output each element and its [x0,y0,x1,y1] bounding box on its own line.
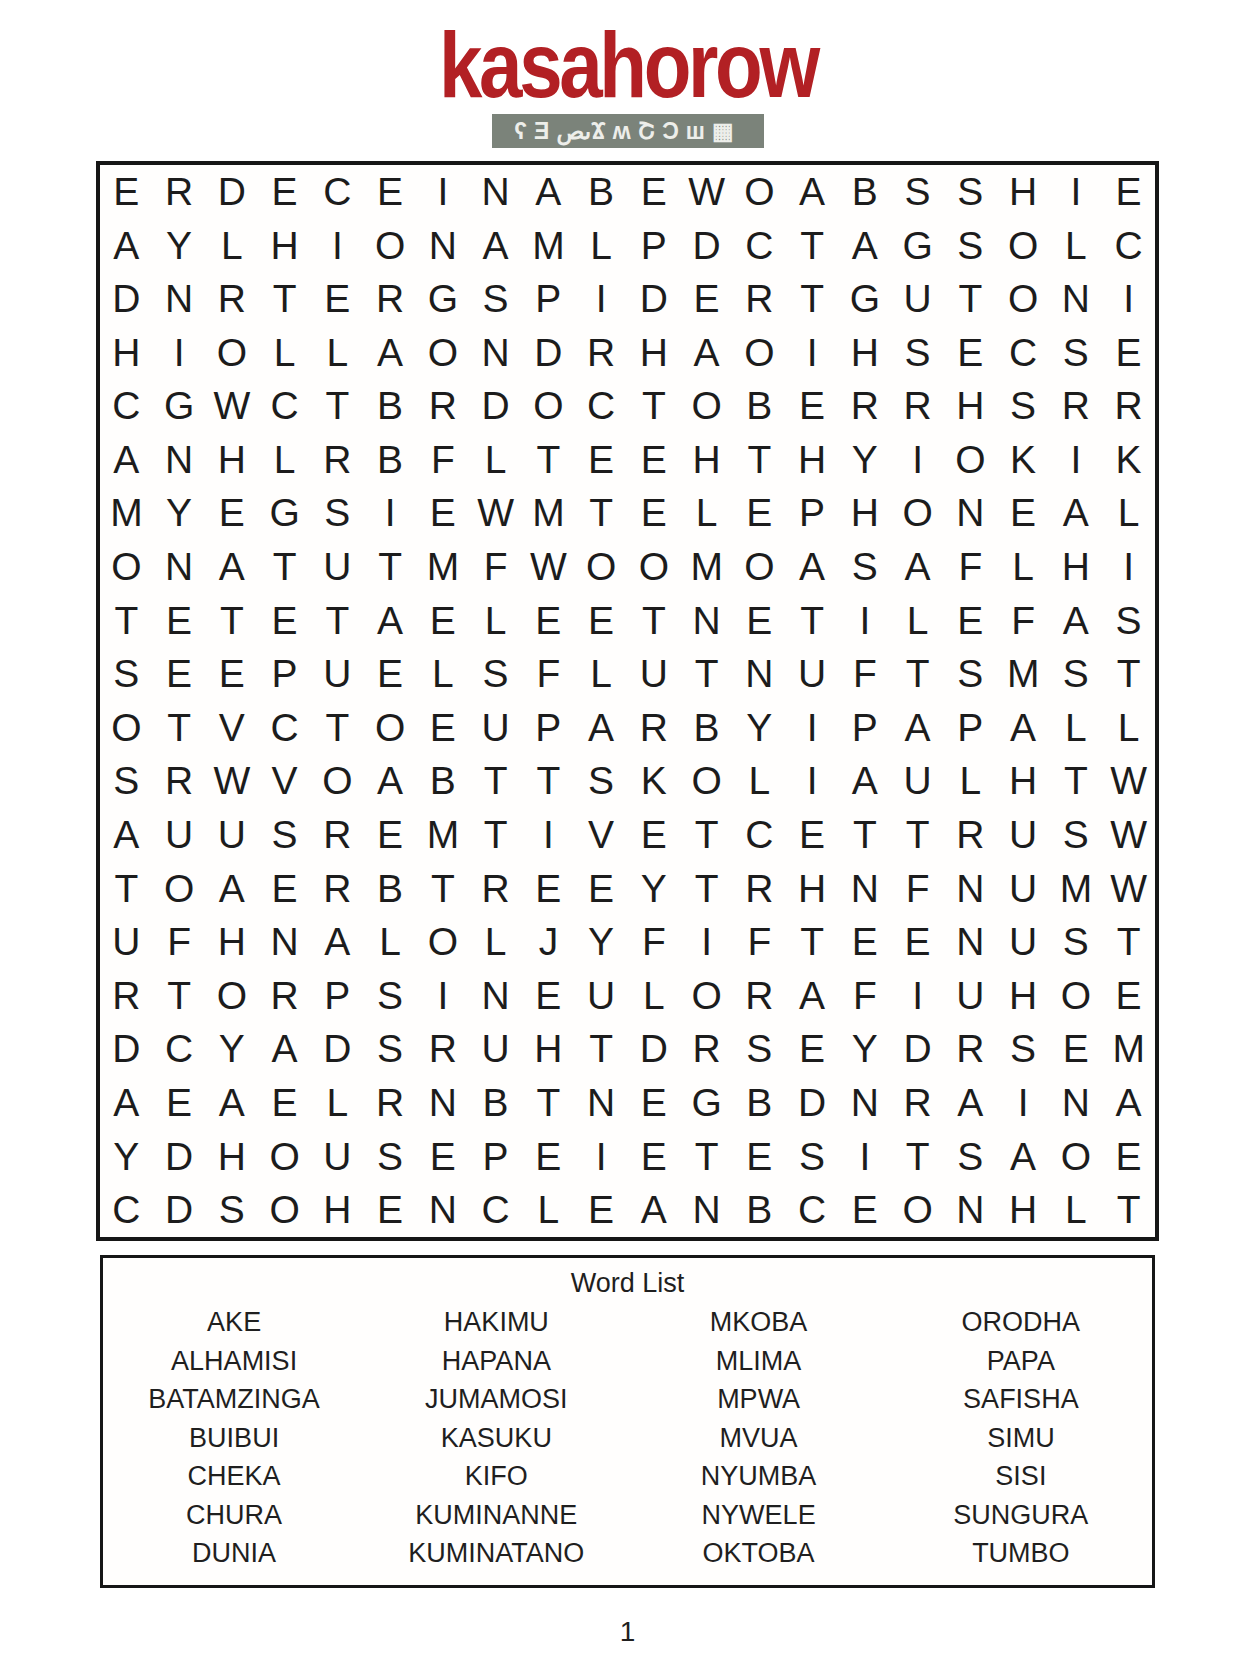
grid-cell-r1c1[interactable]: E [100,165,153,219]
grid-cell-r7c13[interactable]: E [733,487,786,541]
grid-cell-r19c8[interactable]: P [469,1130,522,1184]
grid-cell-r16c14[interactable]: A [786,969,839,1023]
grid-cell-r15c4[interactable]: N [258,915,311,969]
grid-cell-r13c12[interactable]: T [680,808,733,862]
grid-cell-r11c2[interactable]: T [153,701,206,755]
grid-cell-r20c16[interactable]: O [891,1183,944,1237]
grid-cell-r6c8[interactable]: L [469,433,522,487]
grid-cell-r8c7[interactable]: M [417,540,470,594]
grid-cell-r17c6[interactable]: S [364,1023,417,1077]
grid-cell-r14c7[interactable]: T [417,862,470,916]
grid-cell-r15c17[interactable]: N [944,915,997,969]
grid-cell-r15c20[interactable]: T [1102,915,1155,969]
grid-cell-r4c18[interactable]: C [997,326,1050,380]
grid-cell-r19c12[interactable]: T [680,1130,733,1184]
grid-cell-r10c14[interactable]: U [786,647,839,701]
grid-cell-r13c14[interactable]: E [786,808,839,862]
grid-cell-r11c9[interactable]: P [522,701,575,755]
grid-cell-r18c15[interactable]: N [839,1076,892,1130]
grid-cell-r17c13[interactable]: S [733,1023,786,1077]
grid-cell-r4c9[interactable]: D [522,326,575,380]
grid-cell-r14c16[interactable]: F [891,862,944,916]
grid-cell-r1c16[interactable]: S [891,165,944,219]
grid-cell-r1c17[interactable]: S [944,165,997,219]
grid-cell-r14c8[interactable]: R [469,862,522,916]
grid-cell-r13c11[interactable]: E [628,808,681,862]
grid-cell-r13c17[interactable]: R [944,808,997,862]
grid-cell-r14c4[interactable]: E [258,862,311,916]
grid-cell-r16c5[interactable]: P [311,969,364,1023]
grid-cell-r4c20[interactable]: E [1102,326,1155,380]
grid-cell-r16c19[interactable]: O [1050,969,1103,1023]
grid-cell-r17c1[interactable]: D [100,1023,153,1077]
grid-cell-r19c1[interactable]: Y [100,1130,153,1184]
grid-cell-r19c10[interactable]: I [575,1130,628,1184]
grid-cell-r6c19[interactable]: I [1050,433,1103,487]
grid-cell-r9c18[interactable]: F [997,594,1050,648]
grid-cell-r3c18[interactable]: O [997,272,1050,326]
grid-cell-r13c10[interactable]: V [575,808,628,862]
grid-cell-r5c19[interactable]: R [1050,380,1103,434]
grid-cell-r18c10[interactable]: N [575,1076,628,1130]
grid-cell-r6c15[interactable]: Y [839,433,892,487]
grid-cell-r10c9[interactable]: F [522,647,575,701]
grid-cell-r15c13[interactable]: F [733,915,786,969]
grid-cell-r2c20[interactable]: C [1102,219,1155,273]
grid-cell-r19c14[interactable]: S [786,1130,839,1184]
grid-cell-r2c7[interactable]: N [417,219,470,273]
grid-cell-r1c19[interactable]: I [1050,165,1103,219]
grid-cell-r7c6[interactable]: I [364,487,417,541]
grid-cell-r5c11[interactable]: T [628,380,681,434]
grid-cell-r9c13[interactable]: E [733,594,786,648]
grid-cell-r18c1[interactable]: A [100,1076,153,1130]
grid-cell-r6c4[interactable]: L [258,433,311,487]
grid-cell-r4c13[interactable]: O [733,326,786,380]
grid-cell-r7c17[interactable]: N [944,487,997,541]
grid-cell-r13c6[interactable]: E [364,808,417,862]
grid-cell-r1c15[interactable]: B [839,165,892,219]
grid-cell-r12c2[interactable]: R [153,755,206,809]
grid-cell-r19c11[interactable]: E [628,1130,681,1184]
grid-cell-r3c17[interactable]: T [944,272,997,326]
grid-cell-r12c13[interactable]: L [733,755,786,809]
grid-cell-r12c6[interactable]: A [364,755,417,809]
grid-cell-r17c16[interactable]: D [891,1023,944,1077]
grid-cell-r1c4[interactable]: E [258,165,311,219]
grid-cell-r9c5[interactable]: T [311,594,364,648]
grid-cell-r20c1[interactable]: C [100,1183,153,1237]
grid-cell-r6c14[interactable]: H [786,433,839,487]
grid-cell-r7c19[interactable]: A [1050,487,1103,541]
grid-cell-r10c20[interactable]: T [1102,647,1155,701]
grid-cell-r6c2[interactable]: N [153,433,206,487]
grid-cell-r19c15[interactable]: I [839,1130,892,1184]
grid-cell-r14c13[interactable]: R [733,862,786,916]
grid-cell-r16c20[interactable]: E [1102,969,1155,1023]
grid-cell-r8c4[interactable]: T [258,540,311,594]
grid-cell-r16c12[interactable]: O [680,969,733,1023]
grid-cell-r4c19[interactable]: S [1050,326,1103,380]
grid-cell-r9c17[interactable]: E [944,594,997,648]
grid-cell-r6c11[interactable]: E [628,433,681,487]
grid-cell-r6c9[interactable]: T [522,433,575,487]
grid-cell-r7c4[interactable]: G [258,487,311,541]
grid-cell-r3c2[interactable]: N [153,272,206,326]
grid-cell-r2c16[interactable]: G [891,219,944,273]
grid-cell-r3c3[interactable]: R [206,272,259,326]
grid-cell-r14c19[interactable]: M [1050,862,1103,916]
grid-cell-r8c13[interactable]: O [733,540,786,594]
grid-cell-r3c6[interactable]: R [364,272,417,326]
grid-cell-r5c8[interactable]: D [469,380,522,434]
grid-cell-r6c17[interactable]: O [944,433,997,487]
grid-cell-r19c19[interactable]: O [1050,1130,1103,1184]
grid-cell-r12c10[interactable]: S [575,755,628,809]
grid-cell-r13c4[interactable]: S [258,808,311,862]
grid-cell-r11c15[interactable]: P [839,701,892,755]
grid-cell-r3c14[interactable]: T [786,272,839,326]
grid-cell-r15c19[interactable]: S [1050,915,1103,969]
grid-cell-r12c4[interactable]: V [258,755,311,809]
grid-cell-r1c11[interactable]: E [628,165,681,219]
grid-cell-r11c14[interactable]: I [786,701,839,755]
grid-cell-r4c8[interactable]: N [469,326,522,380]
grid-cell-r8c2[interactable]: N [153,540,206,594]
grid-cell-r11c5[interactable]: T [311,701,364,755]
grid-cell-r18c16[interactable]: R [891,1076,944,1130]
grid-cell-r14c20[interactable]: W [1102,862,1155,916]
grid-cell-r11c12[interactable]: B [680,701,733,755]
grid-cell-r4c5[interactable]: L [311,326,364,380]
grid-cell-r3c12[interactable]: E [680,272,733,326]
grid-cell-r14c9[interactable]: E [522,862,575,916]
grid-cell-r13c13[interactable]: C [733,808,786,862]
grid-cell-r1c2[interactable]: R [153,165,206,219]
grid-cell-r20c8[interactable]: C [469,1183,522,1237]
grid-cell-r7c15[interactable]: H [839,487,892,541]
grid-cell-r5c17[interactable]: H [944,380,997,434]
grid-cell-r12c19[interactable]: T [1050,755,1103,809]
grid-cell-r7c5[interactable]: S [311,487,364,541]
grid-cell-r6c13[interactable]: T [733,433,786,487]
grid-cell-r7c7[interactable]: E [417,487,470,541]
grid-cell-r1c8[interactable]: N [469,165,522,219]
grid-cell-r3c19[interactable]: N [1050,272,1103,326]
grid-cell-r3c10[interactable]: I [575,272,628,326]
grid-cell-r20c11[interactable]: A [628,1183,681,1237]
grid-cell-r8c14[interactable]: A [786,540,839,594]
grid-cell-r6c20[interactable]: K [1102,433,1155,487]
grid-cell-r20c2[interactable]: D [153,1183,206,1237]
grid-cell-r20c19[interactable]: L [1050,1183,1103,1237]
grid-cell-r9c4[interactable]: E [258,594,311,648]
grid-cell-r6c10[interactable]: E [575,433,628,487]
grid-cell-r7c9[interactable]: M [522,487,575,541]
grid-cell-r20c5[interactable]: H [311,1183,364,1237]
grid-cell-r15c10[interactable]: Y [575,915,628,969]
grid-cell-r8c8[interactable]: F [469,540,522,594]
grid-cell-r18c3[interactable]: A [206,1076,259,1130]
grid-cell-r14c3[interactable]: A [206,862,259,916]
grid-cell-r13c15[interactable]: T [839,808,892,862]
grid-cell-r20c18[interactable]: H [997,1183,1050,1237]
grid-cell-r5c3[interactable]: W [206,380,259,434]
grid-cell-r10c12[interactable]: T [680,647,733,701]
grid-cell-r18c11[interactable]: E [628,1076,681,1130]
grid-cell-r15c18[interactable]: U [997,915,1050,969]
grid-cell-r18c18[interactable]: I [997,1076,1050,1130]
grid-cell-r17c7[interactable]: R [417,1023,470,1077]
grid-cell-r6c18[interactable]: K [997,433,1050,487]
grid-cell-r15c6[interactable]: L [364,915,417,969]
grid-cell-r12c7[interactable]: B [417,755,470,809]
grid-cell-r2c19[interactable]: L [1050,219,1103,273]
grid-cell-r20c7[interactable]: N [417,1183,470,1237]
grid-cell-r10c5[interactable]: U [311,647,364,701]
grid-cell-r9c6[interactable]: A [364,594,417,648]
grid-cell-r2c6[interactable]: O [364,219,417,273]
grid-cell-r9c3[interactable]: T [206,594,259,648]
grid-cell-r7c10[interactable]: T [575,487,628,541]
grid-cell-r1c12[interactable]: W [680,165,733,219]
grid-cell-r10c4[interactable]: P [258,647,311,701]
grid-cell-r13c1[interactable]: A [100,808,153,862]
grid-cell-r14c12[interactable]: T [680,862,733,916]
grid-cell-r5c1[interactable]: C [100,380,153,434]
grid-cell-r15c11[interactable]: F [628,915,681,969]
grid-cell-r19c7[interactable]: E [417,1130,470,1184]
grid-cell-r16c7[interactable]: I [417,969,470,1023]
grid-cell-r12c14[interactable]: I [786,755,839,809]
grid-cell-r16c8[interactable]: N [469,969,522,1023]
grid-cell-r4c10[interactable]: R [575,326,628,380]
grid-cell-r17c2[interactable]: C [153,1023,206,1077]
grid-cell-r6c16[interactable]: I [891,433,944,487]
grid-cell-r1c14[interactable]: A [786,165,839,219]
grid-cell-r17c9[interactable]: H [522,1023,575,1077]
grid-cell-r11c13[interactable]: Y [733,701,786,755]
grid-cell-r19c18[interactable]: A [997,1130,1050,1184]
grid-cell-r5c15[interactable]: R [839,380,892,434]
grid-cell-r19c6[interactable]: S [364,1130,417,1184]
grid-cell-r10c10[interactable]: L [575,647,628,701]
grid-cell-r11c3[interactable]: V [206,701,259,755]
grid-cell-r16c2[interactable]: T [153,969,206,1023]
grid-cell-r9c7[interactable]: E [417,594,470,648]
grid-cell-r14c2[interactable]: O [153,862,206,916]
grid-cell-r16c13[interactable]: R [733,969,786,1023]
grid-cell-r17c3[interactable]: Y [206,1023,259,1077]
grid-cell-r11c19[interactable]: L [1050,701,1103,755]
grid-cell-r12c1[interactable]: S [100,755,153,809]
grid-cell-r16c4[interactable]: R [258,969,311,1023]
grid-cell-r10c13[interactable]: N [733,647,786,701]
grid-cell-r18c4[interactable]: E [258,1076,311,1130]
grid-cell-r15c8[interactable]: L [469,915,522,969]
grid-cell-r18c9[interactable]: T [522,1076,575,1130]
grid-cell-r20c14[interactable]: C [786,1183,839,1237]
grid-cell-r2c15[interactable]: A [839,219,892,273]
grid-cell-r10c11[interactable]: U [628,647,681,701]
grid-cell-r4c2[interactable]: I [153,326,206,380]
grid-cell-r5c7[interactable]: R [417,380,470,434]
grid-cell-r15c12[interactable]: I [680,915,733,969]
grid-cell-r4c14[interactable]: I [786,326,839,380]
grid-cell-r12c3[interactable]: W [206,755,259,809]
grid-cell-r9c10[interactable]: E [575,594,628,648]
grid-cell-r10c6[interactable]: E [364,647,417,701]
grid-cell-r13c8[interactable]: T [469,808,522,862]
grid-cell-r17c14[interactable]: E [786,1023,839,1077]
grid-cell-r16c3[interactable]: O [206,969,259,1023]
grid-cell-r12c20[interactable]: W [1102,755,1155,809]
grid-cell-r5c5[interactable]: T [311,380,364,434]
grid-cell-r3c11[interactable]: D [628,272,681,326]
grid-cell-r10c19[interactable]: S [1050,647,1103,701]
grid-cell-r19c17[interactable]: S [944,1130,997,1184]
grid-cell-r18c19[interactable]: N [1050,1076,1103,1130]
grid-cell-r15c7[interactable]: O [417,915,470,969]
grid-cell-r13c3[interactable]: U [206,808,259,862]
grid-cell-r4c4[interactable]: L [258,326,311,380]
grid-cell-r10c15[interactable]: F [839,647,892,701]
grid-cell-r13c5[interactable]: R [311,808,364,862]
grid-cell-r9c2[interactable]: E [153,594,206,648]
grid-cell-r20c13[interactable]: B [733,1183,786,1237]
grid-cell-r5c9[interactable]: O [522,380,575,434]
grid-cell-r16c17[interactable]: U [944,969,997,1023]
grid-cell-r7c20[interactable]: L [1102,487,1155,541]
grid-cell-r12c18[interactable]: H [997,755,1050,809]
grid-cell-r12c12[interactable]: O [680,755,733,809]
grid-cell-r5c6[interactable]: B [364,380,417,434]
grid-cell-r1c3[interactable]: D [206,165,259,219]
grid-cell-r10c2[interactable]: E [153,647,206,701]
grid-cell-r12c5[interactable]: O [311,755,364,809]
grid-cell-r17c4[interactable]: A [258,1023,311,1077]
grid-cell-r20c12[interactable]: N [680,1183,733,1237]
grid-cell-r7c11[interactable]: E [628,487,681,541]
grid-cell-r4c16[interactable]: S [891,326,944,380]
grid-cell-r10c18[interactable]: M [997,647,1050,701]
grid-cell-r2c2[interactable]: Y [153,219,206,273]
grid-cell-r9c14[interactable]: T [786,594,839,648]
grid-cell-r10c16[interactable]: T [891,647,944,701]
grid-cell-r5c4[interactable]: C [258,380,311,434]
grid-cell-r2c1[interactable]: A [100,219,153,273]
grid-cell-r8c9[interactable]: W [522,540,575,594]
grid-cell-r19c9[interactable]: E [522,1130,575,1184]
grid-cell-r9c12[interactable]: N [680,594,733,648]
grid-cell-r1c20[interactable]: E [1102,165,1155,219]
grid-cell-r11c10[interactable]: A [575,701,628,755]
grid-cell-r2c4[interactable]: H [258,219,311,273]
grid-cell-r15c16[interactable]: E [891,915,944,969]
grid-cell-r7c16[interactable]: O [891,487,944,541]
grid-cell-r20c15[interactable]: E [839,1183,892,1237]
grid-cell-r20c20[interactable]: T [1102,1183,1155,1237]
grid-cell-r3c9[interactable]: P [522,272,575,326]
grid-cell-r19c20[interactable]: E [1102,1130,1155,1184]
grid-cell-r13c20[interactable]: W [1102,808,1155,862]
grid-cell-r14c10[interactable]: E [575,862,628,916]
grid-cell-r20c9[interactable]: L [522,1183,575,1237]
grid-cell-r14c17[interactable]: N [944,862,997,916]
grid-cell-r1c9[interactable]: A [522,165,575,219]
grid-cell-r7c8[interactable]: W [469,487,522,541]
grid-cell-r14c1[interactable]: T [100,862,153,916]
grid-cell-r5c18[interactable]: S [997,380,1050,434]
grid-cell-r9c19[interactable]: A [1050,594,1103,648]
grid-cell-r7c12[interactable]: L [680,487,733,541]
grid-cell-r13c18[interactable]: U [997,808,1050,862]
grid-cell-r12c8[interactable]: T [469,755,522,809]
grid-cell-r2c18[interactable]: O [997,219,1050,273]
grid-cell-r10c17[interactable]: S [944,647,997,701]
grid-cell-r16c10[interactable]: U [575,969,628,1023]
grid-cell-r16c9[interactable]: E [522,969,575,1023]
grid-cell-r3c15[interactable]: G [839,272,892,326]
grid-cell-r10c8[interactable]: S [469,647,522,701]
grid-cell-r2c9[interactable]: M [522,219,575,273]
grid-cell-r6c3[interactable]: H [206,433,259,487]
grid-cell-r2c13[interactable]: C [733,219,786,273]
grid-cell-r17c10[interactable]: T [575,1023,628,1077]
grid-cell-r1c7[interactable]: I [417,165,470,219]
grid-cell-r14c5[interactable]: R [311,862,364,916]
grid-cell-r17c15[interactable]: Y [839,1023,892,1077]
grid-cell-r7c18[interactable]: E [997,487,1050,541]
grid-cell-r19c13[interactable]: E [733,1130,786,1184]
grid-cell-r18c20[interactable]: A [1102,1076,1155,1130]
grid-cell-r2c12[interactable]: D [680,219,733,273]
grid-cell-r9c16[interactable]: L [891,594,944,648]
grid-cell-r1c18[interactable]: H [997,165,1050,219]
grid-cell-r15c15[interactable]: E [839,915,892,969]
grid-cell-r8c18[interactable]: L [997,540,1050,594]
grid-cell-r8c12[interactable]: M [680,540,733,594]
grid-cell-r6c5[interactable]: R [311,433,364,487]
grid-cell-r4c6[interactable]: A [364,326,417,380]
grid-cell-r12c11[interactable]: K [628,755,681,809]
grid-cell-r2c17[interactable]: S [944,219,997,273]
grid-cell-r2c3[interactable]: L [206,219,259,273]
grid-cell-r5c12[interactable]: O [680,380,733,434]
grid-cell-r1c5[interactable]: C [311,165,364,219]
grid-cell-r9c11[interactable]: T [628,594,681,648]
grid-cell-r5c2[interactable]: G [153,380,206,434]
grid-cell-r20c10[interactable]: E [575,1183,628,1237]
grid-cell-r20c6[interactable]: E [364,1183,417,1237]
grid-cell-r19c16[interactable]: T [891,1130,944,1184]
grid-cell-r19c3[interactable]: H [206,1130,259,1184]
grid-cell-r2c5[interactable]: I [311,219,364,273]
grid-cell-r5c14[interactable]: E [786,380,839,434]
grid-cell-r11c18[interactable]: A [997,701,1050,755]
grid-cell-r15c3[interactable]: H [206,915,259,969]
grid-cell-r17c8[interactable]: U [469,1023,522,1077]
grid-cell-r10c1[interactable]: S [100,647,153,701]
grid-cell-r11c16[interactable]: A [891,701,944,755]
grid-cell-r18c6[interactable]: R [364,1076,417,1130]
grid-cell-r11c11[interactable]: R [628,701,681,755]
grid-cell-r14c11[interactable]: Y [628,862,681,916]
grid-cell-r5c10[interactable]: C [575,380,628,434]
grid-cell-r17c12[interactable]: R [680,1023,733,1077]
grid-cell-r18c5[interactable]: L [311,1076,364,1130]
grid-cell-r6c7[interactable]: F [417,433,470,487]
